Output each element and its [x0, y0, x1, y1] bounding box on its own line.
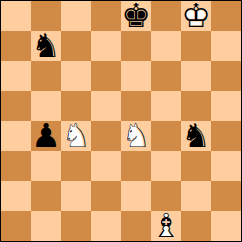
square-c2[interactable]: [61, 181, 91, 211]
square-d4[interactable]: [91, 121, 121, 151]
chess-board-frame: ♚♚♔♞♟♞♘♞♘♞♝♗: [0, 0, 242, 242]
square-b6[interactable]: [31, 61, 61, 91]
square-c1[interactable]: [61, 211, 91, 241]
square-h8[interactable]: [211, 1, 241, 31]
square-d8[interactable]: [91, 1, 121, 31]
square-e3[interactable]: [121, 151, 151, 181]
square-e4[interactable]: ♞♘: [121, 121, 151, 151]
square-a2[interactable]: [1, 181, 31, 211]
square-b8[interactable]: [31, 1, 61, 31]
square-f2[interactable]: [151, 181, 181, 211]
square-h3[interactable]: [211, 151, 241, 181]
square-b3[interactable]: [31, 151, 61, 181]
square-d1[interactable]: [91, 211, 121, 241]
square-d5[interactable]: [91, 91, 121, 121]
white-king-fill: ♚: [181, 1, 211, 31]
square-e1[interactable]: [121, 211, 151, 241]
square-g4[interactable]: ♞: [181, 121, 211, 151]
square-a6[interactable]: [1, 61, 31, 91]
square-d2[interactable]: [91, 181, 121, 211]
square-a1[interactable]: [1, 211, 31, 241]
square-c3[interactable]: [61, 151, 91, 181]
square-g8[interactable]: ♚♔: [181, 1, 211, 31]
square-e6[interactable]: [121, 61, 151, 91]
white-knight-fill: ♞: [61, 121, 91, 151]
square-f1[interactable]: ♝♗: [151, 211, 181, 241]
square-g1[interactable]: [181, 211, 211, 241]
square-b5[interactable]: [31, 91, 61, 121]
piece-white-king-g8[interactable]: ♔: [181, 1, 211, 31]
screenshot-root: ♚♚♔♞♟♞♘♞♘♞♝♗: [0, 0, 242, 242]
square-c8[interactable]: [61, 1, 91, 31]
chess-board: ♚♚♔♞♟♞♘♞♘♞♝♗: [1, 1, 241, 241]
piece-black-king-e8[interactable]: ♚: [121, 1, 151, 31]
square-h4[interactable]: [211, 121, 241, 151]
piece-black-knight-g4[interactable]: ♞: [181, 121, 211, 151]
piece-black-pawn-b4[interactable]: ♟: [31, 121, 61, 151]
square-d3[interactable]: [91, 151, 121, 181]
square-b1[interactable]: [31, 211, 61, 241]
square-g6[interactable]: [181, 61, 211, 91]
square-a8[interactable]: [1, 1, 31, 31]
square-b2[interactable]: [31, 181, 61, 211]
square-h5[interactable]: [211, 91, 241, 121]
square-f4[interactable]: [151, 121, 181, 151]
square-f5[interactable]: [151, 91, 181, 121]
square-d6[interactable]: [91, 61, 121, 91]
square-e7[interactable]: [121, 31, 151, 61]
piece-white-knight-c4[interactable]: ♘: [61, 121, 91, 151]
square-c4[interactable]: ♞♘: [61, 121, 91, 151]
square-e2[interactable]: [121, 181, 151, 211]
square-c7[interactable]: [61, 31, 91, 61]
piece-white-bishop-f1[interactable]: ♗: [151, 211, 181, 241]
square-h7[interactable]: [211, 31, 241, 61]
square-d7[interactable]: [91, 31, 121, 61]
square-f8[interactable]: [151, 1, 181, 31]
square-e8[interactable]: ♚: [121, 1, 151, 31]
square-a5[interactable]: [1, 91, 31, 121]
square-f6[interactable]: [151, 61, 181, 91]
square-e5[interactable]: [121, 91, 151, 121]
square-b4[interactable]: ♟: [31, 121, 61, 151]
square-f7[interactable]: [151, 31, 181, 61]
white-knight-fill: ♞: [121, 121, 151, 151]
piece-white-knight-e4[interactable]: ♘: [121, 121, 151, 151]
square-g7[interactable]: [181, 31, 211, 61]
square-f3[interactable]: [151, 151, 181, 181]
square-g5[interactable]: [181, 91, 211, 121]
square-h6[interactable]: [211, 61, 241, 91]
square-a7[interactable]: [1, 31, 31, 61]
piece-black-knight-b7[interactable]: ♞: [31, 31, 61, 61]
white-bishop-fill: ♝: [151, 211, 181, 241]
square-h1[interactable]: [211, 211, 241, 241]
square-g2[interactable]: [181, 181, 211, 211]
square-h2[interactable]: [211, 181, 241, 211]
square-a3[interactable]: [1, 151, 31, 181]
square-b7[interactable]: ♞: [31, 31, 61, 61]
square-a4[interactable]: [1, 121, 31, 151]
square-g3[interactable]: [181, 151, 211, 181]
square-c6[interactable]: [61, 61, 91, 91]
square-c5[interactable]: [61, 91, 91, 121]
